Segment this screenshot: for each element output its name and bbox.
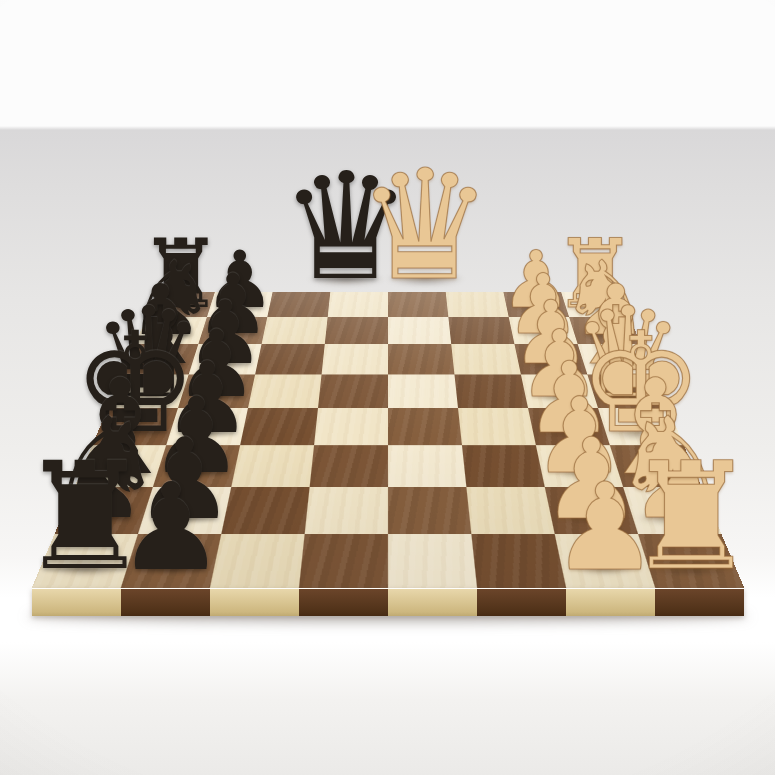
pieces-layer: ♜♟♟♜♞♟♟♞♝♟♟♝♛♟♟♛♚♟♟♚♝♟♟♝♞♟♟♞♜♟♟♜♛♛: [0, 0, 775, 775]
photo-scene: ♜♟♟♜♞♟♟♞♝♟♟♝♛♟♟♛♚♟♟♚♝♟♟♝♞♟♟♞♜♟♟♜♛♛: [0, 0, 775, 775]
piece-white-rook[interactable]: ♜: [625, 443, 758, 591]
piece-black-pawn[interactable]: ♟: [117, 467, 225, 587]
extra-white-queen[interactable]: ♛: [357, 150, 493, 302]
